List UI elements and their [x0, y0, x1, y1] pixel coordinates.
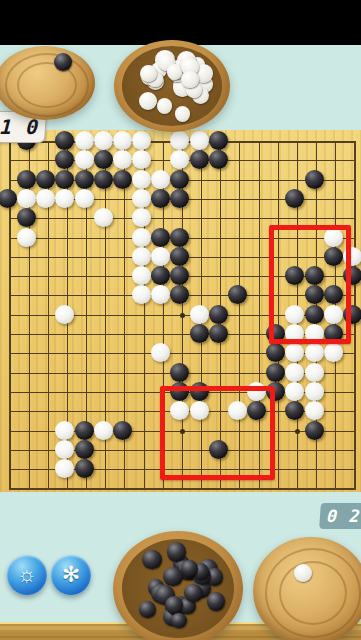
white-stone — [132, 247, 151, 266]
black-stone — [305, 170, 324, 189]
black-stone — [113, 170, 132, 189]
black-stone — [55, 170, 74, 189]
black-stone — [190, 150, 209, 169]
white-stone — [285, 363, 304, 382]
white-stone — [55, 421, 74, 440]
black-bowl-stone — [171, 613, 187, 629]
black-stone — [75, 440, 94, 459]
white-bowl-stone — [139, 92, 157, 110]
star-point — [180, 313, 185, 318]
black-stone — [170, 363, 189, 382]
black-bowl-stone — [207, 592, 225, 610]
white-stone — [75, 150, 94, 169]
black-stone — [113, 421, 132, 440]
white-bowl-stone — [175, 106, 190, 121]
white-stone — [151, 170, 170, 189]
white-stone — [113, 131, 132, 150]
black-stone — [170, 170, 189, 189]
white-stone — [132, 228, 151, 247]
red-highlight-box — [269, 225, 351, 344]
black-stone — [94, 150, 113, 169]
snowflake-button[interactable]: ✻ — [51, 555, 91, 595]
black-bowl-stone — [139, 601, 157, 619]
status-bar — [0, 0, 361, 45]
clock-icon: ☼ — [17, 564, 37, 586]
capture-counter-white: 0 2 — [319, 503, 361, 529]
black-stone — [75, 459, 94, 478]
black-stone-bowl — [113, 531, 243, 640]
snowflake-icon: ✻ — [62, 564, 80, 586]
bowl-lid-top-left — [0, 46, 95, 120]
black-lid-stone — [54, 53, 72, 71]
bowl-lid-bottom-right — [253, 537, 361, 640]
black-stone — [151, 228, 170, 247]
white-stones-pile — [122, 46, 222, 125]
star-point — [295, 429, 300, 434]
black-bowl-stone — [167, 542, 186, 561]
black-stone — [17, 170, 36, 189]
white-stone — [305, 363, 324, 382]
black-stone — [170, 228, 189, 247]
white-stone — [190, 131, 209, 150]
black-stone — [36, 170, 55, 189]
white-bowl-stone — [181, 71, 198, 88]
white-stone — [94, 421, 113, 440]
black-bowl-stone — [184, 584, 202, 602]
black-stone — [209, 324, 228, 343]
white-bowl-stone — [167, 64, 183, 80]
white-stone — [17, 189, 36, 208]
black-stone — [75, 421, 94, 440]
white-stone — [132, 189, 151, 208]
board-line — [9, 488, 356, 490]
black-stone — [209, 150, 228, 169]
black-stone — [190, 324, 209, 343]
white-lid-stone — [294, 564, 312, 582]
black-stone — [75, 170, 94, 189]
white-stone — [324, 343, 343, 362]
white-stone — [94, 131, 113, 150]
white-stone — [75, 189, 94, 208]
black-stone — [94, 170, 113, 189]
white-bowl-stone — [157, 98, 172, 113]
white-stone — [305, 343, 324, 362]
white-stone — [151, 247, 170, 266]
clock-button[interactable]: ☼ — [7, 555, 47, 595]
black-stones-pile — [122, 539, 234, 638]
white-stone — [305, 401, 324, 420]
black-bowl-stone — [181, 560, 198, 577]
white-stone — [190, 305, 209, 324]
white-stone — [94, 208, 113, 227]
black-bowl-stone — [163, 567, 182, 586]
black-stone — [209, 305, 228, 324]
capture-count-label: 0 2 — [326, 506, 361, 526]
app-screen: 1 0 0 2 ☼ ✻ — [0, 0, 361, 640]
white-stone-bowl — [114, 40, 230, 132]
black-bowl-stone — [165, 596, 183, 614]
black-stone — [305, 421, 324, 440]
black-bowl-stone — [142, 550, 162, 570]
white-stone — [305, 382, 324, 401]
white-stone — [132, 170, 151, 189]
white-stone — [17, 228, 36, 247]
red-highlight-box — [160, 386, 275, 480]
white-stone — [75, 131, 94, 150]
black-stone — [209, 131, 228, 150]
black-stone — [266, 363, 285, 382]
